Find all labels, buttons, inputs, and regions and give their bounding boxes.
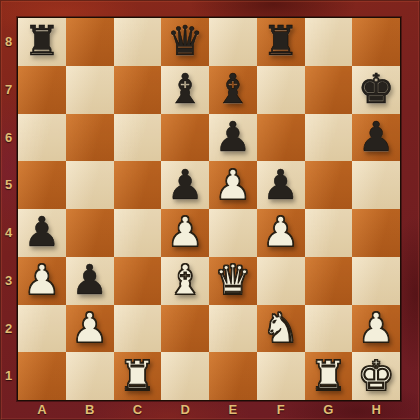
piece-black-queen[interactable]: ♛: [167, 21, 204, 62]
square-h4[interactable]: [352, 209, 400, 257]
square-d3[interactable]: ♝: [161, 257, 209, 305]
square-g8[interactable]: [305, 18, 353, 66]
file-label-b: B: [66, 400, 114, 420]
square-e7[interactable]: ♝: [209, 66, 257, 114]
square-b7[interactable]: [66, 66, 114, 114]
square-c6[interactable]: [114, 114, 162, 162]
piece-black-rook[interactable]: ♜: [23, 21, 60, 62]
square-d1[interactable]: [161, 352, 209, 400]
file-label-a: A: [18, 400, 66, 420]
square-g2[interactable]: [305, 305, 353, 353]
square-d8[interactable]: ♛: [161, 18, 209, 66]
square-a6[interactable]: [18, 114, 66, 162]
square-e1[interactable]: [209, 352, 257, 400]
piece-black-king[interactable]: ♚: [358, 69, 395, 110]
file-label-f: F: [257, 400, 305, 420]
square-h2[interactable]: ♟: [352, 305, 400, 353]
file-label-d: D: [161, 400, 209, 420]
square-b5[interactable]: [66, 161, 114, 209]
square-f8[interactable]: ♜: [257, 18, 305, 66]
file-label-g: G: [305, 400, 353, 420]
square-c4[interactable]: [114, 209, 162, 257]
square-f4[interactable]: ♟: [257, 209, 305, 257]
piece-black-pawn[interactable]: ♟: [214, 117, 251, 158]
square-f6[interactable]: [257, 114, 305, 162]
rank-label-3: 3: [0, 257, 17, 305]
square-f5[interactable]: ♟: [257, 161, 305, 209]
square-f3[interactable]: [257, 257, 305, 305]
square-d5[interactable]: ♟: [161, 161, 209, 209]
square-f1[interactable]: [257, 352, 305, 400]
square-d6[interactable]: [161, 114, 209, 162]
square-h7[interactable]: ♚: [352, 66, 400, 114]
square-e8[interactable]: [209, 18, 257, 66]
square-e4[interactable]: [209, 209, 257, 257]
square-a1[interactable]: [18, 352, 66, 400]
square-c1[interactable]: ♜: [114, 352, 162, 400]
piece-black-rook[interactable]: ♜: [262, 21, 299, 62]
square-d7[interactable]: ♝: [161, 66, 209, 114]
rank-label-5: 5: [0, 161, 17, 209]
rank-label-4: 4: [0, 209, 17, 257]
square-e5[interactable]: ♟: [209, 161, 257, 209]
square-h8[interactable]: [352, 18, 400, 66]
square-a8[interactable]: ♜: [18, 18, 66, 66]
piece-white-pawn[interactable]: ♟: [23, 260, 60, 301]
square-h5[interactable]: [352, 161, 400, 209]
piece-black-pawn[interactable]: ♟: [71, 260, 108, 301]
square-d2[interactable]: [161, 305, 209, 353]
square-e6[interactable]: ♟: [209, 114, 257, 162]
piece-black-pawn[interactable]: ♟: [23, 212, 60, 253]
square-a7[interactable]: [18, 66, 66, 114]
piece-white-knight[interactable]: ♞: [262, 308, 299, 349]
file-label-e: E: [209, 400, 257, 420]
square-g6[interactable]: [305, 114, 353, 162]
piece-white-bishop[interactable]: ♝: [167, 260, 204, 301]
square-g7[interactable]: [305, 66, 353, 114]
square-c3[interactable]: [114, 257, 162, 305]
piece-white-king[interactable]: ♚: [358, 356, 395, 397]
square-e2[interactable]: [209, 305, 257, 353]
rank-label-7: 7: [0, 66, 17, 114]
piece-black-pawn[interactable]: ♟: [167, 165, 204, 206]
piece-black-pawn[interactable]: ♟: [358, 117, 395, 158]
square-a5[interactable]: [18, 161, 66, 209]
square-f7[interactable]: [257, 66, 305, 114]
piece-white-pawn[interactable]: ♟: [214, 165, 251, 206]
file-label-h: H: [352, 400, 400, 420]
square-a4[interactable]: ♟: [18, 209, 66, 257]
square-c7[interactable]: [114, 66, 162, 114]
piece-white-queen[interactable]: ♛: [214, 260, 251, 301]
square-c8[interactable]: [114, 18, 162, 66]
square-b6[interactable]: [66, 114, 114, 162]
square-f2[interactable]: ♞: [257, 305, 305, 353]
piece-black-bishop[interactable]: ♝: [214, 69, 251, 110]
piece-white-pawn[interactable]: ♟: [71, 308, 108, 349]
square-g1[interactable]: ♜: [305, 352, 353, 400]
square-g4[interactable]: [305, 209, 353, 257]
square-h6[interactable]: ♟: [352, 114, 400, 162]
piece-white-pawn[interactable]: ♟: [262, 212, 299, 253]
piece-white-pawn[interactable]: ♟: [167, 212, 204, 253]
piece-black-pawn[interactable]: ♟: [262, 165, 299, 206]
rank-label-6: 6: [0, 114, 17, 162]
square-b1[interactable]: [66, 352, 114, 400]
piece-white-pawn[interactable]: ♟: [358, 308, 395, 349]
square-h3[interactable]: [352, 257, 400, 305]
chess-board: ♜♛♜♝♝♚♟♟♟♟♟♟♟♟♟♟♝♛♟♞♟♜♜♚: [18, 18, 400, 400]
square-a3[interactable]: ♟: [18, 257, 66, 305]
rank-label-8: 8: [0, 18, 17, 66]
square-e3[interactable]: ♛: [209, 257, 257, 305]
piece-white-rook[interactable]: ♜: [310, 356, 347, 397]
square-g5[interactable]: [305, 161, 353, 209]
square-h1[interactable]: ♚: [352, 352, 400, 400]
board-frame: ♜♛♜♝♝♚♟♟♟♟♟♟♟♟♟♟♝♛♟♞♟♜♜♚ 87654321ABCDEFG…: [0, 0, 420, 420]
rank-label-1: 1: [0, 352, 17, 400]
square-b8[interactable]: [66, 18, 114, 66]
piece-black-bishop[interactable]: ♝: [167, 69, 204, 110]
square-b4[interactable]: [66, 209, 114, 257]
piece-white-rook[interactable]: ♜: [119, 356, 156, 397]
square-c2[interactable]: [114, 305, 162, 353]
file-label-c: C: [114, 400, 162, 420]
square-a2[interactable]: [18, 305, 66, 353]
square-g3[interactable]: [305, 257, 353, 305]
square-d4[interactable]: ♟: [161, 209, 209, 257]
square-c5[interactable]: [114, 161, 162, 209]
square-b2[interactable]: ♟: [66, 305, 114, 353]
square-b3[interactable]: ♟: [66, 257, 114, 305]
rank-label-2: 2: [0, 305, 17, 353]
